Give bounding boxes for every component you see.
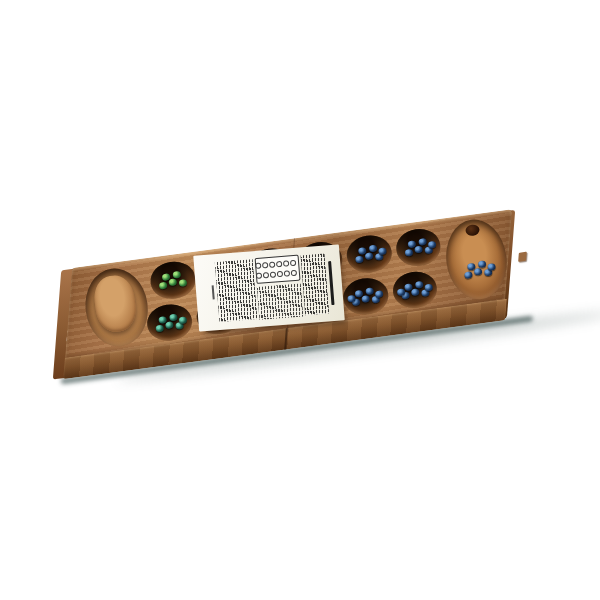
bead-green — [179, 279, 188, 287]
bead-blue — [375, 290, 384, 298]
item-code-line — [212, 285, 215, 299]
bead-teal — [156, 324, 165, 332]
bead-blue — [404, 249, 413, 257]
hinge-seam-front — [284, 328, 288, 350]
bead-green — [159, 282, 168, 290]
bead-blue — [415, 280, 424, 288]
rules-text-block — [301, 254, 330, 316]
bead-blue — [365, 287, 374, 295]
bead-teal — [169, 313, 178, 321]
bead-blue — [361, 295, 370, 303]
pit-top-6[interactable] — [394, 226, 443, 268]
bead-blue — [369, 245, 378, 253]
bead-blue — [427, 241, 436, 249]
pit-bottom-5[interactable] — [341, 275, 390, 317]
bead-teal — [165, 321, 174, 329]
product-photo-canvas — [0, 0, 600, 600]
bead-blue — [464, 271, 473, 279]
pit-bottom-1[interactable] — [145, 301, 194, 343]
pit-top-5[interactable] — [345, 233, 394, 275]
board-diagram — [255, 255, 301, 284]
bead-blue — [365, 252, 374, 260]
clasp-notch-right — [518, 252, 527, 262]
pit-bottom-6[interactable] — [390, 269, 439, 311]
instruction-sheet — [193, 244, 345, 331]
pit-top-1[interactable] — [148, 259, 197, 301]
wood-knot — [465, 224, 480, 237]
rules-text-block — [257, 283, 303, 319]
bead-blue — [411, 288, 420, 296]
bead-teal — [179, 316, 188, 324]
rules-text-block — [215, 259, 258, 322]
bead-blue — [478, 260, 487, 268]
instruction-sheet-print — [196, 248, 341, 329]
bead-blue — [378, 247, 387, 255]
bead-blue — [414, 246, 423, 254]
bead-blue — [355, 256, 364, 264]
rules-title-line — [328, 261, 334, 305]
store-right — [441, 216, 511, 303]
bead-blue — [474, 268, 483, 276]
store-left-polished-hollow — [92, 273, 139, 334]
bead-blue — [418, 238, 427, 246]
bead-green — [169, 278, 178, 286]
store-left — [81, 265, 153, 351]
bead-blue — [487, 263, 496, 271]
bead-blue — [424, 283, 433, 291]
bead-green — [173, 271, 182, 279]
